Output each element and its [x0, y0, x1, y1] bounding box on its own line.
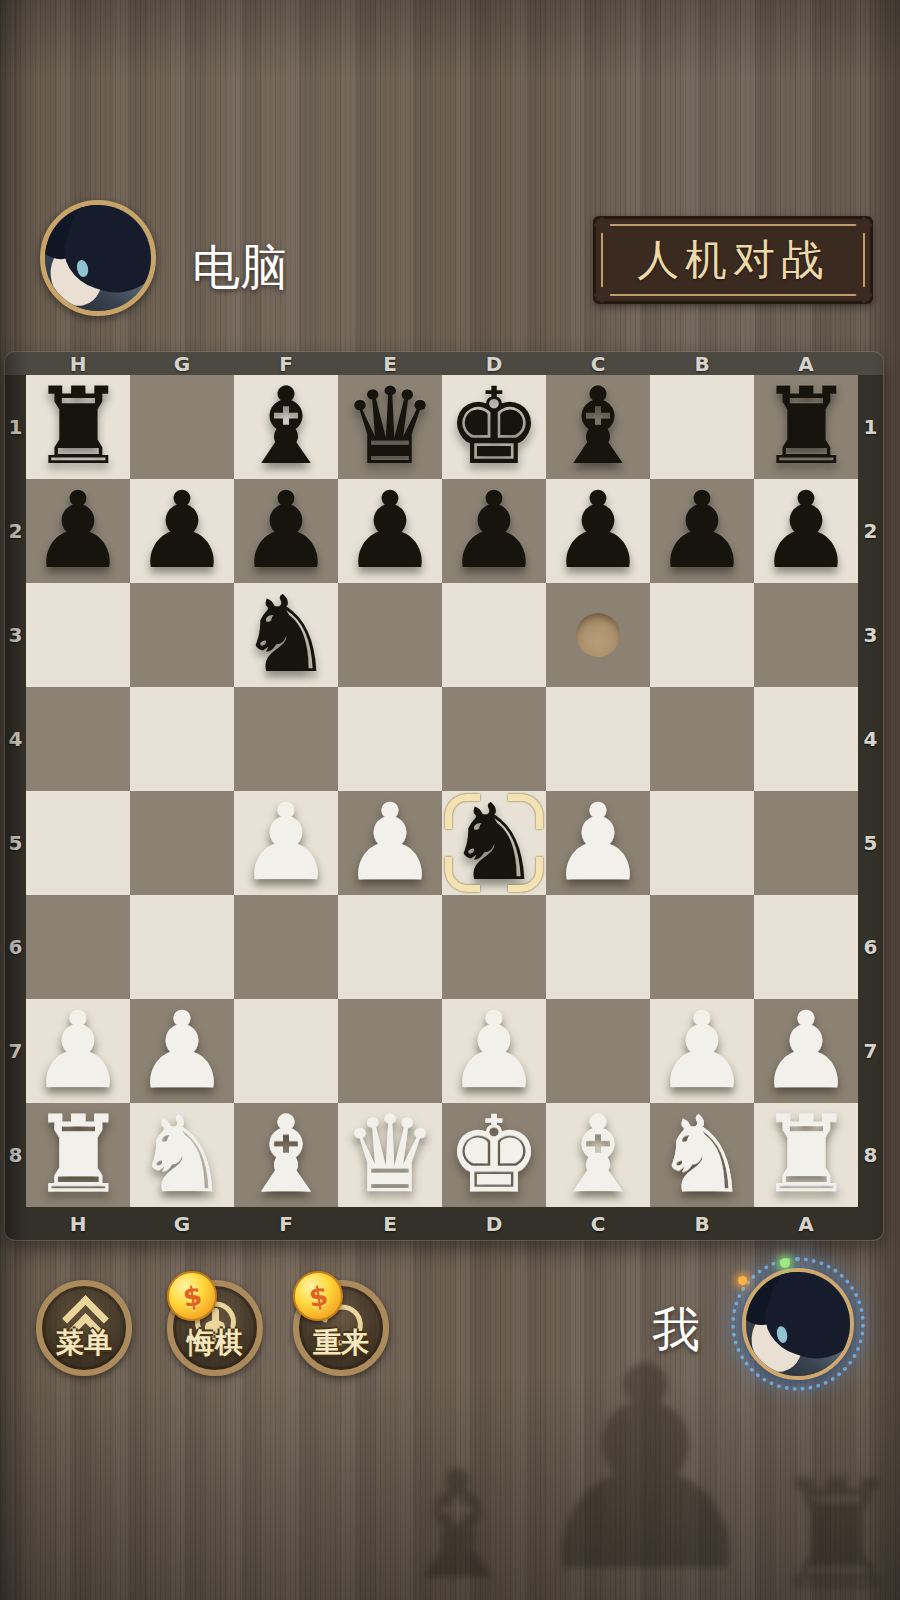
white-pawn[interactable]: ♟ [338, 791, 442, 895]
white-pawn[interactable]: ♟ [442, 999, 546, 1103]
square-g6[interactable] [130, 895, 234, 999]
square-g1[interactable] [130, 375, 234, 479]
game-mode-label: 人机对战 [637, 232, 829, 288]
square-g7[interactable]: ♟ [130, 999, 234, 1103]
background-piece-silhouette: ♜ [770, 1460, 900, 1600]
square-b6[interactable] [650, 895, 754, 999]
rank-label-right-2: 2 [858, 479, 883, 583]
file-label-top-d: D [442, 352, 546, 375]
square-e8[interactable]: ♛ [338, 1103, 442, 1207]
rank-label-left-6: 6 [5, 895, 26, 999]
plaque-corner-notch [856, 217, 873, 234]
square-d3[interactable] [442, 583, 546, 687]
plaque-inner-border: 人机对战 [601, 224, 865, 296]
opponent-name: 电脑 [192, 236, 288, 300]
square-b4[interactable] [650, 687, 754, 791]
square-c6[interactable] [546, 895, 650, 999]
square-b1[interactable] [650, 375, 754, 479]
white-rook[interactable]: ♜ [26, 1103, 130, 1207]
square-d4[interactable] [442, 687, 546, 791]
avatar-art [45, 205, 151, 311]
sparkle [738, 1276, 747, 1285]
black-pawn[interactable]: ♟ [26, 479, 130, 583]
square-c4[interactable] [546, 687, 650, 791]
square-a8[interactable]: ♜ [754, 1103, 858, 1207]
white-pawn[interactable]: ♟ [754, 999, 858, 1103]
sparkle [780, 1258, 790, 1268]
file-label-bottom-h: H [26, 1207, 130, 1240]
square-b2[interactable]: ♟ [650, 479, 754, 583]
my-avatar[interactable] [742, 1268, 854, 1380]
black-bishop[interactable]: ♝ [234, 375, 338, 479]
square-d7[interactable]: ♟ [442, 999, 546, 1103]
square-e2[interactable]: ♟ [338, 479, 442, 583]
square-f1[interactable]: ♝ [234, 375, 338, 479]
white-king[interactable]: ♚ [442, 1103, 546, 1207]
file-label-bottom-d: D [442, 1207, 546, 1240]
rank-label-left-7: 7 [5, 999, 26, 1103]
game-mode-button[interactable]: 人机对战 [593, 216, 873, 304]
square-a4[interactable] [754, 687, 858, 791]
square-c3[interactable] [546, 583, 650, 687]
last-move-origin-dot [576, 613, 620, 657]
white-knight[interactable]: ♞ [130, 1103, 234, 1207]
rank-label-right-1: 1 [858, 375, 883, 479]
board-grid: ♜♝♛♚♝♜♟♟♟♟♟♟♟♟♞♟♟♞♟♟♟♟♟♟♜♞♝♛♚♝♞♜ [26, 375, 858, 1207]
square-c8[interactable]: ♝ [546, 1103, 650, 1207]
square-b3[interactable] [650, 583, 754, 687]
black-pawn[interactable]: ♟ [130, 479, 234, 583]
black-pawn[interactable]: ♟ [442, 479, 546, 583]
undo-button-label: 悔棋 [173, 1324, 257, 1362]
file-label-bottom-a: A [754, 1207, 858, 1240]
square-b7[interactable]: ♟ [650, 999, 754, 1103]
square-a2[interactable]: ♟ [754, 479, 858, 583]
square-c5[interactable]: ♟ [546, 791, 650, 895]
coin-badge: $ [167, 1271, 217, 1321]
square-f3[interactable]: ♞ [234, 583, 338, 687]
white-pawn[interactable]: ♟ [26, 999, 130, 1103]
square-g4[interactable] [130, 687, 234, 791]
square-d1[interactable]: ♚ [442, 375, 546, 479]
coin-badge: $ [293, 1271, 343, 1321]
white-queen[interactable]: ♛ [338, 1103, 442, 1207]
black-queen[interactable]: ♛ [338, 375, 442, 479]
file-label-bottom-b: B [650, 1207, 754, 1240]
file-label-bottom-f: F [234, 1207, 338, 1240]
plaque-corner-notch [594, 217, 611, 234]
undo-move-button[interactable]: $ 悔棋 [167, 1280, 263, 1376]
rank-label-right-3: 3 [858, 583, 883, 687]
rank-label-right-7: 7 [858, 999, 883, 1103]
plaque-corner-notch [594, 287, 611, 304]
background-piece-silhouette: ♝ [390, 1450, 524, 1600]
square-e7[interactable] [338, 999, 442, 1103]
square-d2[interactable]: ♟ [442, 479, 546, 583]
black-pawn[interactable]: ♟ [546, 479, 650, 583]
background-piece-silhouette: ♟ [520, 1330, 771, 1600]
square-g5[interactable] [130, 791, 234, 895]
square-g8[interactable]: ♞ [130, 1103, 234, 1207]
rank-label-left-1: 1 [5, 375, 26, 479]
square-c1[interactable]: ♝ [546, 375, 650, 479]
square-h5[interactable] [26, 791, 130, 895]
square-e1[interactable]: ♛ [338, 375, 442, 479]
square-a6[interactable] [754, 895, 858, 999]
square-d5[interactable]: ♞ [442, 791, 546, 895]
square-a3[interactable] [754, 583, 858, 687]
square-d6[interactable] [442, 895, 546, 999]
white-bishop[interactable]: ♝ [546, 1103, 650, 1207]
square-b8[interactable]: ♞ [650, 1103, 754, 1207]
square-h6[interactable] [26, 895, 130, 999]
file-label-top-a: A [754, 352, 858, 375]
file-label-top-c: C [546, 352, 650, 375]
file-label-bottom-e: E [338, 1207, 442, 1240]
white-bishop[interactable]: ♝ [234, 1103, 338, 1207]
square-b5[interactable] [650, 791, 754, 895]
restart-button-label: 重来 [299, 1324, 383, 1362]
square-f8[interactable]: ♝ [234, 1103, 338, 1207]
square-a1[interactable]: ♜ [754, 375, 858, 479]
square-a5[interactable] [754, 791, 858, 895]
game-screen: { "game": "chess", "app": { "mode_button… [0, 0, 900, 1600]
black-rook[interactable]: ♜ [754, 375, 858, 479]
restart-button[interactable]: $ 重来 [293, 1280, 389, 1376]
rank-label-left-8: 8 [5, 1103, 26, 1207]
square-c2[interactable]: ♟ [546, 479, 650, 583]
white-pawn[interactable]: ♟ [234, 791, 338, 895]
square-h8[interactable]: ♜ [26, 1103, 130, 1207]
file-label-top-g: G [130, 352, 234, 375]
square-e4[interactable] [338, 687, 442, 791]
file-label-top-f: F [234, 352, 338, 375]
rank-label-right-5: 5 [858, 791, 883, 895]
plaque-corner-notch [856, 287, 873, 304]
square-d8[interactable]: ♚ [442, 1103, 546, 1207]
square-g3[interactable] [130, 583, 234, 687]
white-knight[interactable]: ♞ [650, 1103, 754, 1207]
dollar-icon: $ [181, 1279, 204, 1312]
white-rook[interactable]: ♜ [754, 1103, 858, 1207]
square-f2[interactable]: ♟ [234, 479, 338, 583]
rank-label-right-6: 6 [858, 895, 883, 999]
menu-button[interactable]: 菜单 [36, 1280, 132, 1376]
dollar-icon: $ [307, 1279, 330, 1312]
my-name: 我 [652, 1298, 700, 1362]
chess-board: ♜♝♛♚♝♜♟♟♟♟♟♟♟♟♞♟♟♞♟♟♟♟♟♟♜♞♝♛♚♝♞♜ HHGGFFE… [5, 352, 883, 1240]
black-king[interactable]: ♚ [442, 375, 546, 479]
square-h3[interactable] [26, 583, 130, 687]
black-bishop[interactable]: ♝ [546, 375, 650, 479]
square-h7[interactable]: ♟ [26, 999, 130, 1103]
file-label-top-h: H [26, 352, 130, 375]
white-pawn[interactable]: ♟ [546, 791, 650, 895]
file-label-bottom-g: G [130, 1207, 234, 1240]
rank-label-right-8: 8 [858, 1103, 883, 1207]
black-pawn[interactable]: ♟ [650, 479, 754, 583]
rank-label-left-4: 4 [5, 687, 26, 791]
black-rook[interactable]: ♜ [26, 375, 130, 479]
square-e3[interactable] [338, 583, 442, 687]
square-f7[interactable] [234, 999, 338, 1103]
square-e5[interactable]: ♟ [338, 791, 442, 895]
white-pawn[interactable]: ♟ [650, 999, 754, 1103]
menu-button-label: 菜单 [42, 1324, 126, 1362]
rank-label-left-2: 2 [5, 479, 26, 583]
file-label-top-b: B [650, 352, 754, 375]
opponent-avatar[interactable] [40, 200, 156, 316]
black-pawn[interactable]: ♟ [754, 479, 858, 583]
square-h4[interactable] [26, 687, 130, 791]
square-f5[interactable]: ♟ [234, 791, 338, 895]
avatar-art [746, 1272, 850, 1376]
square-h2[interactable]: ♟ [26, 479, 130, 583]
file-label-bottom-c: C [546, 1207, 650, 1240]
rank-label-left-3: 3 [5, 583, 26, 687]
square-c7[interactable] [546, 999, 650, 1103]
black-knight[interactable]: ♞ [234, 583, 338, 687]
white-pawn[interactable]: ♟ [130, 999, 234, 1103]
square-h1[interactable]: ♜ [26, 375, 130, 479]
square-a7[interactable]: ♟ [754, 999, 858, 1103]
square-e6[interactable] [338, 895, 442, 999]
square-f6[interactable] [234, 895, 338, 999]
rank-label-right-4: 4 [858, 687, 883, 791]
file-label-top-e: E [338, 352, 442, 375]
square-g2[interactable]: ♟ [130, 479, 234, 583]
black-pawn[interactable]: ♟ [338, 479, 442, 583]
black-pawn[interactable]: ♟ [234, 479, 338, 583]
rank-label-left-5: 5 [5, 791, 26, 895]
square-f4[interactable] [234, 687, 338, 791]
